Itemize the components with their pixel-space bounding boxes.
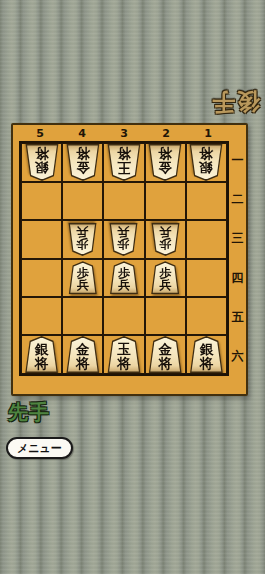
cell-1一[interactable]: 銀将 xyxy=(186,143,227,182)
row-label-3: 三 xyxy=(232,230,244,247)
cell-3二[interactable] xyxy=(103,182,144,220)
row-label-1: 一 xyxy=(232,152,244,169)
column-label-3: 3 xyxy=(120,127,128,140)
koma-shape: 玉将 xyxy=(107,336,141,373)
cell-1二[interactable] xyxy=(186,182,227,220)
cell-2六[interactable]: 金将 xyxy=(145,335,186,374)
koma-shape: 歩兵 xyxy=(68,261,97,294)
cell-5四[interactable] xyxy=(21,259,62,297)
app-screen: 後手 54321 銀将金将王将金将銀将歩兵歩兵歩兵歩兵歩兵歩兵銀将金将玉将金将銀… xyxy=(0,0,265,574)
piece-sente-pawn[interactable]: 歩兵 xyxy=(68,261,97,294)
koma-shape: 歩兵 xyxy=(109,223,138,256)
piece-sente-gold[interactable]: 金将 xyxy=(66,336,100,373)
cell-3六[interactable]: 玉将 xyxy=(103,335,144,374)
piece-gote-pawn[interactable]: 歩兵 xyxy=(68,223,97,256)
cell-3一[interactable]: 王将 xyxy=(103,143,144,182)
cell-2一[interactable]: 金将 xyxy=(145,143,186,182)
cell-3四[interactable]: 歩兵 xyxy=(103,259,144,297)
board-grid: 銀将金将王将金将銀将歩兵歩兵歩兵歩兵歩兵歩兵銀将金将玉将金将銀将 xyxy=(19,141,229,376)
cell-4三[interactable]: 歩兵 xyxy=(62,220,103,258)
cell-5五[interactable] xyxy=(21,297,62,335)
column-labels: 54321 xyxy=(19,125,229,141)
piece-sente-pawn[interactable]: 歩兵 xyxy=(151,261,180,294)
row-label-4: 四 xyxy=(232,270,244,287)
piece-gote-king[interactable]: 王将 xyxy=(107,144,141,181)
cell-3三[interactable]: 歩兵 xyxy=(103,220,144,258)
column-label-4: 4 xyxy=(78,127,86,140)
cell-2三[interactable]: 歩兵 xyxy=(145,220,186,258)
piece-gote-silver[interactable]: 銀将 xyxy=(189,144,223,181)
piece-sente-gold[interactable]: 金将 xyxy=(148,336,182,373)
cell-4二[interactable] xyxy=(62,182,103,220)
koma-shape: 銀将 xyxy=(25,144,59,181)
row-label-5: 五 xyxy=(232,309,244,326)
row-labels: 一二三四五六 xyxy=(229,141,246,376)
row-label-6: 六 xyxy=(232,348,244,365)
koma-shape: 歩兵 xyxy=(151,261,180,294)
column-label-2: 2 xyxy=(162,127,170,140)
cell-4五[interactable] xyxy=(62,297,103,335)
piece-gote-pawn[interactable]: 歩兵 xyxy=(109,223,138,256)
piece-sente-king[interactable]: 玉将 xyxy=(107,336,141,373)
piece-sente-silver[interactable]: 銀将 xyxy=(189,336,223,373)
cell-5一[interactable]: 銀将 xyxy=(21,143,62,182)
piece-sente-silver[interactable]: 銀将 xyxy=(25,336,59,373)
cell-2五[interactable] xyxy=(145,297,186,335)
menu-button[interactable]: メニュー xyxy=(6,437,73,459)
piece-gote-pawn[interactable]: 歩兵 xyxy=(151,223,180,256)
koma-shape: 歩兵 xyxy=(151,223,180,256)
column-label-5: 5 xyxy=(36,127,44,140)
koma-shape: 歩兵 xyxy=(109,261,138,294)
koma-shape: 金将 xyxy=(148,144,182,181)
koma-shape: 金将 xyxy=(66,336,100,373)
koma-shape: 歩兵 xyxy=(68,223,97,256)
piece-gote-silver[interactable]: 銀将 xyxy=(25,144,59,181)
cell-5三[interactable] xyxy=(21,220,62,258)
column-label-1: 1 xyxy=(204,127,212,140)
piece-gote-gold[interactable]: 金将 xyxy=(66,144,100,181)
piece-sente-pawn[interactable]: 歩兵 xyxy=(109,261,138,294)
koma-shape: 王将 xyxy=(107,144,141,181)
cell-1五[interactable] xyxy=(186,297,227,335)
koma-shape: 銀将 xyxy=(189,144,223,181)
shogi-board: 54321 銀将金将王将金将銀将歩兵歩兵歩兵歩兵歩兵歩兵銀将金将玉将金将銀将 一… xyxy=(11,123,248,396)
row-label-2: 二 xyxy=(232,191,244,208)
koma-shape: 銀将 xyxy=(25,336,59,373)
sente-player-label: 先手 xyxy=(8,399,50,426)
cell-4一[interactable]: 金将 xyxy=(62,143,103,182)
cell-4四[interactable]: 歩兵 xyxy=(62,259,103,297)
cell-2二[interactable] xyxy=(145,182,186,220)
cell-4六[interactable]: 金将 xyxy=(62,335,103,374)
gote-player-banner: 後手 xyxy=(208,86,260,117)
koma-shape: 銀将 xyxy=(189,336,223,373)
cell-1四[interactable] xyxy=(186,259,227,297)
koma-shape: 金将 xyxy=(148,336,182,373)
cell-3五[interactable] xyxy=(103,297,144,335)
cell-1六[interactable]: 銀将 xyxy=(186,335,227,374)
koma-shape: 金将 xyxy=(66,144,100,181)
cell-2四[interactable]: 歩兵 xyxy=(145,259,186,297)
cell-5六[interactable]: 銀将 xyxy=(21,335,62,374)
piece-gote-gold[interactable]: 金将 xyxy=(148,144,182,181)
cell-5二[interactable] xyxy=(21,182,62,220)
cell-1三[interactable] xyxy=(186,220,227,258)
